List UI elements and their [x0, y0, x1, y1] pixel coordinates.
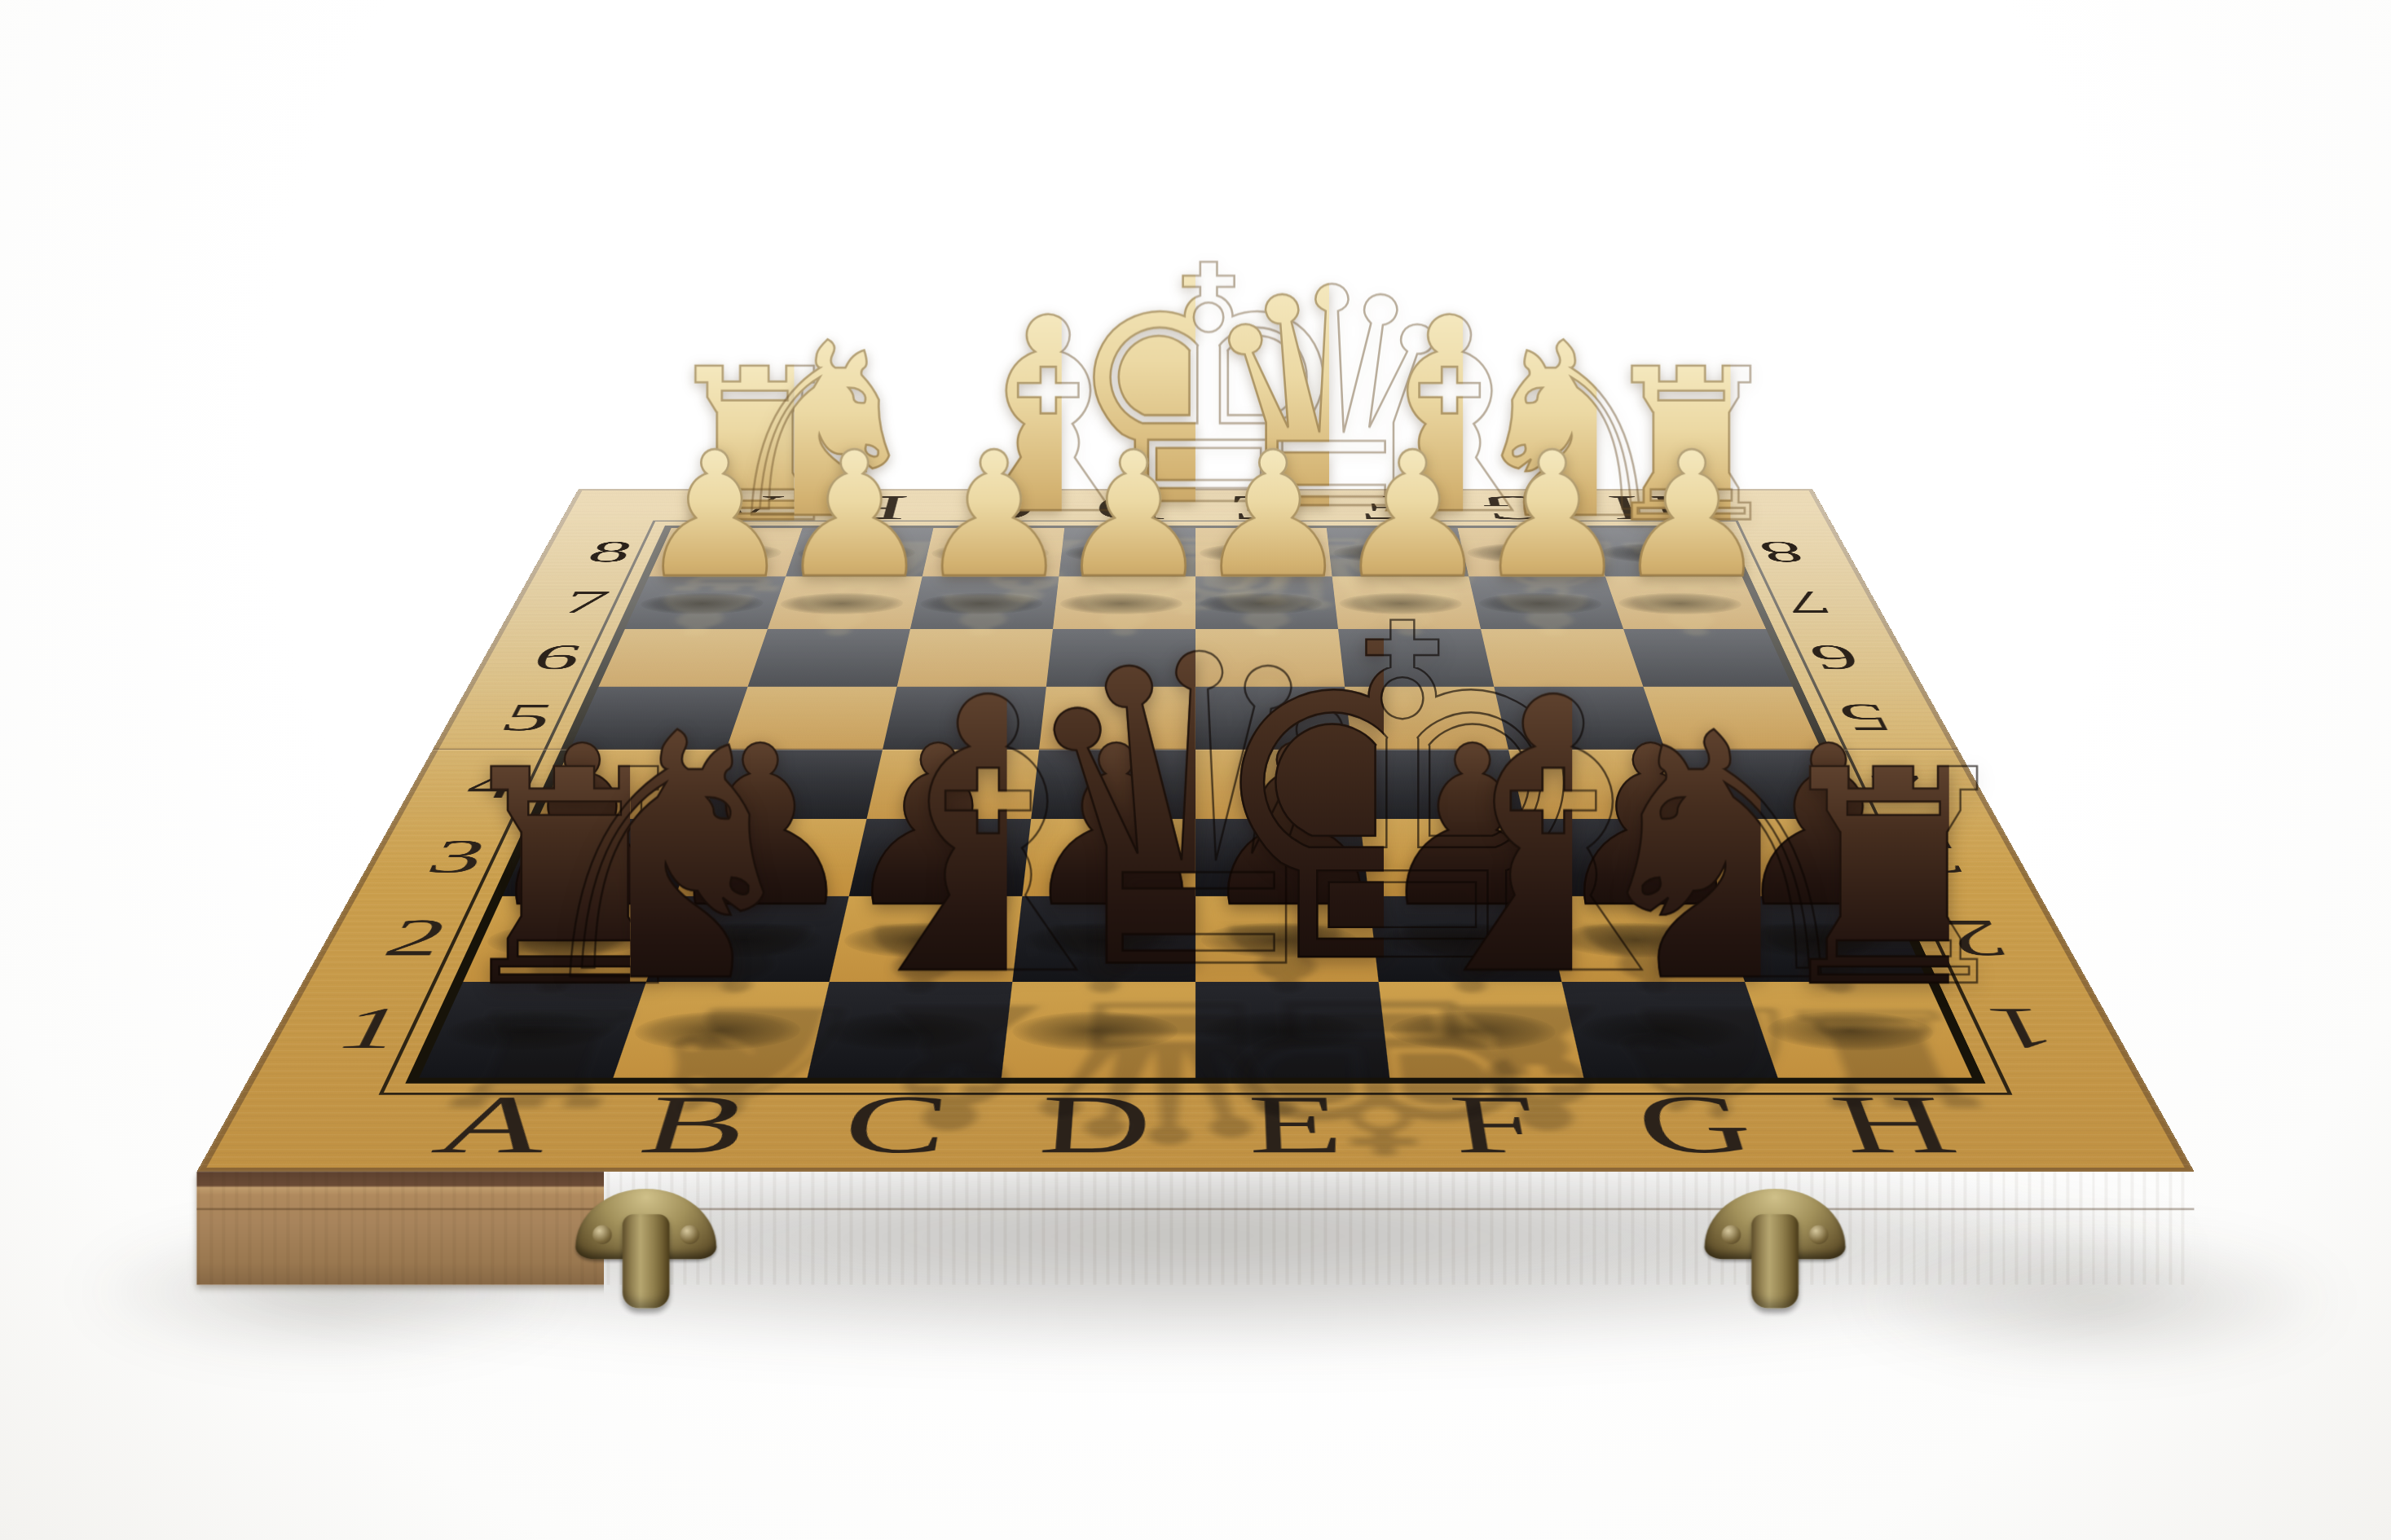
- file-label-front-d: D: [991, 1083, 1195, 1167]
- box-front-face: [196, 1172, 2194, 1285]
- clasp-plate: [575, 1189, 716, 1259]
- clasp-screw: [680, 1225, 700, 1244]
- clasp-screw: [1722, 1225, 1742, 1244]
- chess-board: AABBCCDDEEFFGGHH8877665544332211♜♜♞♞♝♝♚♚…: [196, 489, 2194, 1172]
- file-label-front-e: E: [1195, 1083, 1400, 1167]
- rank-label-left-7: 7: [504, 576, 625, 629]
- black-knight-glyph: ♞: [1572, 690, 1760, 1028]
- white-pawn-glyph: ♟: [777, 429, 916, 602]
- clasp-screw: [1809, 1225, 1829, 1244]
- black-queen-glyph: ♛: [1007, 601, 1195, 1028]
- brass-clasp-left: [575, 1189, 716, 1259]
- black-rook-glyph: ♜: [1761, 732, 1949, 1028]
- file-label-front-h: H: [1780, 1083, 2013, 1167]
- rank-label-left-1: 1: [255, 982, 430, 1078]
- white-pawn-glyph: ♟: [637, 429, 777, 602]
- photo-stage: Folding wooden chess box set with pieces…: [0, 0, 2391, 1540]
- clasp-plate: [1705, 1189, 1846, 1259]
- black-bishop-glyph: ♝: [819, 650, 1007, 1028]
- clasp-tongue: [623, 1214, 670, 1308]
- scene: AABBCCDDEEFFGGHH8877665544332211♜♜♞♞♝♝♚♚…: [0, 0, 2391, 1540]
- black-bishop-glyph: ♝: [1384, 650, 1572, 1028]
- white-pawn-glyph: ♟: [1614, 429, 1754, 602]
- clasp-tongue: [1751, 1214, 1799, 1308]
- file-label-front-g: G: [1585, 1083, 1808, 1167]
- file-label-front-f: F: [1390, 1083, 1605, 1167]
- front-face-seam: [196, 1208, 2194, 1210]
- rank-label-left-8: 8: [534, 528, 648, 576]
- file-label-front-c: C: [787, 1083, 1002, 1167]
- black-king-glyph: ♚: [1195, 567, 1384, 1028]
- rank-label-right-7: 7: [1768, 576, 1888, 629]
- brass-clasp-right: [1705, 1189, 1846, 1259]
- file-label-front-a: A: [378, 1083, 611, 1167]
- file-label-front-b: B: [583, 1083, 806, 1167]
- white-pawn[interactable]: ♟♟: [625, 576, 786, 629]
- front-face-grain: [196, 1172, 2194, 1285]
- black-knight-glyph: ♞: [630, 690, 818, 1028]
- clasp-screw: [592, 1225, 612, 1244]
